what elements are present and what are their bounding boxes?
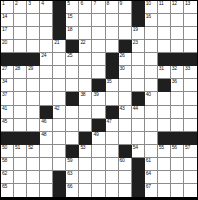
grid-cell-r12c12[interactable] [145, 145, 158, 158]
clue-number-31: 31 [159, 66, 164, 71]
clue-number-14: 14 [2, 14, 7, 19]
grid-cell-r14c6[interactable]: 63 [66, 171, 79, 184]
grid-cell-r4c12[interactable] [145, 40, 158, 53]
grid-cell-r7c5[interactable] [53, 79, 66, 92]
clue-number-46: 46 [41, 119, 46, 124]
grid-cell-r14c2[interactable] [14, 171, 27, 184]
clue-number-47: 47 [107, 119, 112, 124]
grid-cell-r2c13[interactable] [158, 14, 171, 27]
grid-cell-r6c3[interactable]: 29 [27, 66, 40, 79]
clue-number-8: 8 [107, 1, 109, 6]
grid-cell-r9c3[interactable] [27, 106, 40, 119]
grid-cell-r4c11[interactable]: 23 [132, 40, 145, 53]
black-cell-r11c3 [27, 132, 40, 145]
clue-number-44: 44 [133, 106, 138, 111]
grid-cell-r5c5[interactable] [53, 53, 66, 66]
clue-number-53: 53 [80, 145, 85, 150]
clue-number-43: 43 [120, 106, 125, 111]
grid-cell-r2c8[interactable] [92, 14, 105, 27]
black-cell-r1c11 [132, 1, 145, 14]
grid-cell-r3c13[interactable] [158, 27, 171, 40]
grid-cell-r9c11[interactable]: 44 [132, 106, 145, 119]
grid-cell-r7c2[interactable] [14, 79, 27, 92]
grid-cell-r2c7[interactable] [79, 14, 92, 27]
grid-cell-r15c14[interactable] [171, 184, 184, 197]
black-cell-r11c1 [1, 132, 14, 145]
grid-cell-r13c9[interactable] [106, 158, 119, 171]
clue-number-48: 48 [41, 132, 46, 137]
grid-cell-r10c9[interactable]: 47 [106, 119, 119, 132]
clue-number-1: 1 [2, 1, 4, 6]
black-cell-r8c6 [66, 92, 79, 105]
grid-cell-r13c1[interactable]: 58 [1, 158, 14, 171]
grid-cell-r10c1[interactable]: 45 [1, 119, 14, 132]
grid-cell-r12c15[interactable]: 57 [184, 145, 197, 158]
clue-number-22: 22 [80, 40, 85, 45]
grid-cell-r5c12[interactable] [145, 53, 158, 66]
clue-number-55: 55 [159, 145, 164, 150]
grid-cell-r12c13[interactable]: 55 [158, 145, 171, 158]
grid-cell-r14c15[interactable] [184, 171, 197, 184]
grid-cell-r14c8[interactable] [92, 171, 105, 184]
grid-cell-r2c10[interactable] [119, 14, 132, 27]
black-cell-r15c11 [132, 184, 145, 197]
grid-cell-r4c5[interactable]: 21 [53, 40, 66, 53]
clue-number-9: 9 [120, 1, 122, 6]
grid-cell-r13c2[interactable] [14, 158, 27, 171]
grid-cell-r1c14[interactable]: 12 [171, 1, 184, 14]
grid-cell-r13c8[interactable] [92, 158, 105, 171]
clue-number-30: 30 [120, 66, 125, 71]
black-cell-r2c5 [53, 14, 66, 27]
grid-cell-r2c15[interactable] [184, 14, 197, 27]
clue-number-27: 27 [2, 66, 7, 71]
grid-cell-r13c14[interactable] [171, 158, 184, 171]
clue-number-51: 51 [15, 145, 20, 150]
grid-cell-r11c6[interactable] [66, 132, 79, 145]
black-cell-r1c5 [53, 1, 66, 14]
grid-cell-r5c8[interactable] [92, 53, 105, 66]
grid-cell-r9c14[interactable] [171, 106, 184, 119]
grid-cell-r9c13[interactable] [158, 106, 171, 119]
grid-cell-r12c11[interactable]: 54 [132, 145, 145, 158]
grid-cell-r15c6[interactable]: 66 [66, 184, 79, 197]
clue-number-16: 16 [146, 14, 151, 19]
grid-cell-r6c4[interactable] [40, 66, 53, 79]
grid-cell-r2c3[interactable] [27, 14, 40, 27]
grid-cell-r8c5[interactable] [53, 92, 66, 105]
grid-cell-r8c1[interactable]: 37 [1, 92, 14, 105]
grid-cell-r1c13[interactable]: 11 [158, 1, 171, 14]
grid-cell-r10c6[interactable] [66, 119, 79, 132]
grid-cell-r13c13[interactable] [158, 158, 171, 171]
grid-cell-r12c5[interactable] [53, 145, 66, 158]
grid-cell-r4c14[interactable] [171, 40, 184, 53]
grid-cell-r10c7[interactable] [79, 119, 92, 132]
grid-cell-r8c4[interactable] [40, 92, 53, 105]
grid-cell-r7c3[interactable] [27, 79, 40, 92]
grid-cell-r14c1[interactable]: 62 [1, 171, 14, 184]
clue-number-28: 28 [15, 66, 20, 71]
grid-cell-r2c2[interactable] [14, 14, 27, 27]
grid-cell-r6c7[interactable] [79, 66, 92, 79]
grid-cell-r3c8[interactable] [92, 27, 105, 40]
grid-cell-r2c12[interactable]: 16 [145, 14, 158, 27]
grid-cell-r6c8[interactable] [92, 66, 105, 79]
grid-cell-r12c7[interactable]: 53 [79, 145, 92, 158]
grid-cell-r2c4[interactable] [40, 14, 53, 27]
clue-number-42: 42 [54, 106, 59, 111]
clue-number-7: 7 [93, 1, 95, 6]
clue-number-49: 49 [93, 132, 98, 137]
grid-cell-r6c13[interactable]: 31 [158, 66, 171, 79]
grid-cell-r4c7[interactable]: 22 [79, 40, 92, 53]
black-cell-r11c13 [158, 132, 171, 145]
grid-cell-r13c15[interactable] [184, 158, 197, 171]
grid-cell-r3c3[interactable] [27, 27, 40, 40]
grid-cell-r12c9[interactable] [106, 145, 119, 158]
grid-cell-r7c11[interactable] [132, 79, 145, 92]
grid-cell-r9c10[interactable]: 43 [119, 106, 132, 119]
clue-number-57: 57 [185, 145, 190, 150]
grid-cell-r6c11[interactable] [132, 66, 145, 79]
grid-cell-r10c3[interactable] [27, 119, 40, 132]
grid-cell-r10c5[interactable] [53, 119, 66, 132]
grid-cell-r15c13[interactable] [158, 184, 171, 197]
black-cell-r5c9 [106, 53, 119, 66]
grid-cell-r4c3[interactable] [27, 40, 40, 53]
clue-number-63: 63 [67, 171, 72, 176]
grid-cell-r11c4[interactable]: 48 [40, 132, 53, 145]
black-cell-r13c11 [132, 158, 145, 171]
clue-number-65: 65 [2, 184, 7, 189]
clue-number-6: 6 [80, 1, 82, 6]
clue-number-62: 62 [2, 171, 7, 176]
grid-cell-r6c2[interactable]: 28 [14, 66, 27, 79]
grid-cell-r3c14[interactable] [171, 27, 184, 40]
grid-cell-r12c4[interactable] [40, 145, 53, 158]
grid-cell-r8c3[interactable] [27, 92, 40, 105]
clue-number-24: 24 [41, 53, 46, 58]
grid-cell-r14c4[interactable] [40, 171, 53, 184]
grid-cell-r15c12[interactable]: 67 [145, 184, 158, 197]
grid-cell-r7c10[interactable] [119, 79, 132, 92]
grid-cell-r15c10[interactable] [119, 184, 132, 197]
clue-number-33: 33 [185, 66, 190, 71]
grid-cell-r9c1[interactable]: 41 [1, 106, 14, 119]
black-cell-r10c8 [92, 119, 105, 132]
grid-cell-r14c10[interactable] [119, 171, 132, 184]
grid-cell-r3c12[interactable] [145, 27, 158, 40]
grid-cell-r9c8[interactable] [92, 106, 105, 119]
clue-number-11: 11 [159, 1, 164, 6]
grid-cell-r13c6[interactable]: 59 [66, 158, 79, 171]
clue-number-13: 13 [185, 1, 190, 6]
crossword-grid: 1234567891011121314151617181920212223242… [0, 0, 198, 200]
black-cell-r12c10 [119, 145, 132, 158]
grid-cell-r1c15[interactable]: 13 [184, 1, 197, 14]
grid-cell-r15c1[interactable]: 65 [1, 184, 14, 197]
grid-cell-r15c7[interactable] [79, 184, 92, 197]
clue-number-39: 39 [93, 92, 98, 97]
clue-number-4: 4 [41, 1, 43, 6]
clue-number-40: 40 [146, 92, 151, 97]
black-cell-r11c2 [14, 132, 27, 145]
grid-cell-r15c8[interactable] [92, 184, 105, 197]
clue-number-12: 12 [172, 1, 177, 6]
grid-cell-r13c5[interactable] [53, 158, 66, 171]
grid-cell-r6c5[interactable] [53, 66, 66, 79]
grid-cell-r1c3[interactable]: 3 [27, 1, 40, 14]
clue-number-19: 19 [133, 27, 138, 32]
grid-cell-r3c2[interactable] [14, 27, 27, 40]
clue-number-67: 67 [146, 184, 151, 189]
clue-number-37: 37 [2, 92, 7, 97]
grid-cell-r4c13[interactable] [158, 40, 171, 53]
clue-number-3: 3 [28, 1, 30, 6]
grid-cell-r14c9[interactable] [106, 171, 119, 184]
clue-number-52: 52 [28, 145, 33, 150]
grid-cell-r1c7[interactable]: 6 [79, 1, 92, 14]
clue-number-2: 2 [15, 1, 17, 6]
grid-cell-r13c4[interactable] [40, 158, 53, 171]
grid-cell-r10c14[interactable] [171, 119, 184, 132]
clue-number-15: 15 [67, 14, 72, 19]
grid-cell-r8c8[interactable]: 39 [92, 92, 105, 105]
clue-number-36: 36 [172, 79, 177, 84]
grid-cell-r15c4[interactable] [40, 184, 53, 197]
grid-cell-r2c14[interactable] [171, 14, 184, 27]
clue-number-5: 5 [67, 1, 69, 6]
grid-cell-r5c7[interactable] [79, 53, 92, 66]
grid-cell-r10c2[interactable] [14, 119, 27, 132]
grid-cell-r12c1[interactable]: 50 [1, 145, 14, 158]
grid-cell-r3c15[interactable] [184, 27, 197, 40]
clue-number-10: 10 [146, 1, 151, 6]
grid-cell-r5c6[interactable]: 25 [66, 53, 79, 66]
grid-cell-r8c2[interactable] [14, 92, 27, 105]
black-cell-r11c15 [184, 132, 197, 145]
clue-number-54: 54 [133, 145, 138, 150]
clue-number-29: 29 [28, 66, 33, 71]
clue-number-60: 60 [120, 158, 125, 163]
grid-cell-r9c12[interactable] [145, 106, 158, 119]
grid-cell-r3c4[interactable] [40, 27, 53, 40]
grid-cell-r1c4[interactable]: 4 [40, 1, 53, 14]
grid-cell-r6c12[interactable] [145, 66, 158, 79]
clue-number-50: 50 [2, 145, 7, 150]
clue-number-45: 45 [2, 119, 7, 124]
clue-number-38: 38 [80, 92, 85, 97]
black-cell-r11c14 [171, 132, 184, 145]
grid-cell-r12c2[interactable]: 51 [14, 145, 27, 158]
grid-cell-r5c11[interactable] [132, 53, 145, 66]
grid-cell-r4c1[interactable]: 20 [1, 40, 14, 53]
grid-cell-r1c8[interactable]: 7 [92, 1, 105, 14]
grid-cell-r1c10[interactable]: 9 [119, 1, 132, 14]
grid-cell-r13c3[interactable] [27, 158, 40, 171]
black-cell-r15c5 [53, 184, 66, 197]
grid-cell-r8c13[interactable] [158, 92, 171, 105]
grid-cell-r8c14[interactable] [171, 92, 184, 105]
grid-cell-r8c15[interactable] [184, 92, 197, 105]
grid-cell-r12c3[interactable]: 52 [27, 145, 40, 158]
grid-cell-r12c14[interactable]: 56 [171, 145, 184, 158]
clue-number-35: 35 [107, 79, 112, 84]
clue-number-23: 23 [133, 40, 138, 45]
grid-cell-r14c13[interactable] [158, 171, 171, 184]
grid-cell-r5c4[interactable]: 24 [40, 53, 53, 66]
grid-cell-r8c9[interactable] [106, 92, 119, 105]
grid-cell-r10c13[interactable] [158, 119, 171, 132]
clue-number-61: 61 [146, 158, 151, 163]
grid-cell-r12c8[interactable] [92, 145, 105, 158]
black-cell-r14c11 [132, 171, 145, 184]
grid-cell-r15c3[interactable] [27, 184, 40, 197]
grid-cell-r15c2[interactable] [14, 184, 27, 197]
clue-number-32: 32 [172, 66, 177, 71]
grid-cell-r11c10[interactable] [119, 132, 132, 145]
black-cell-r9c9 [106, 106, 119, 119]
grid-cell-r3c10[interactable] [119, 27, 132, 40]
grid-cell-r13c12[interactable]: 61 [145, 158, 158, 171]
clue-number-18: 18 [67, 27, 72, 32]
grid-cell-r10c11[interactable] [132, 119, 145, 132]
grid-cell-r9c2[interactable] [14, 106, 27, 119]
clue-number-41: 41 [2, 106, 7, 111]
grid-cell-r6c15[interactable]: 33 [184, 66, 197, 79]
grid-cell-r1c9[interactable]: 8 [106, 1, 119, 14]
grid-cell-r11c9[interactable] [106, 132, 119, 145]
clue-number-21: 21 [54, 40, 59, 45]
grid-cell-r8c12[interactable]: 40 [145, 92, 158, 105]
clue-number-58: 58 [2, 158, 7, 163]
grid-cell-r13c10[interactable]: 60 [119, 158, 132, 171]
black-cell-r12c6 [66, 145, 79, 158]
grid-cell-r10c12[interactable] [145, 119, 158, 132]
grid-cell-r14c7[interactable] [79, 171, 92, 184]
grid-cell-r7c15[interactable] [184, 79, 197, 92]
clue-number-64: 64 [146, 171, 151, 176]
grid-cell-r7c6[interactable] [66, 79, 79, 92]
grid-cell-r10c10[interactable] [119, 119, 132, 132]
grid-cell-r15c9[interactable] [106, 184, 119, 197]
grid-cell-r9c6[interactable] [66, 106, 79, 119]
clue-number-66: 66 [67, 184, 72, 189]
black-cell-r9c4 [40, 106, 53, 119]
grid-cell-r1c2[interactable]: 2 [14, 1, 27, 14]
clue-number-25: 25 [67, 53, 72, 58]
grid-cell-r10c4[interactable]: 46 [40, 119, 53, 132]
black-cell-r11c7 [79, 132, 92, 145]
grid-cell-r9c5[interactable]: 42 [53, 106, 66, 119]
grid-cell-r11c5[interactable] [53, 132, 66, 145]
grid-cell-r7c4[interactable] [40, 79, 53, 92]
grid-cell-r7c14[interactable]: 36 [171, 79, 184, 92]
black-cell-r7c13 [158, 79, 171, 92]
grid-cell-r6c6[interactable] [66, 66, 79, 79]
grid-cell-r2c9[interactable] [106, 14, 119, 27]
grid-cell-r9c7[interactable] [79, 106, 92, 119]
grid-cell-r6c10[interactable]: 30 [119, 66, 132, 79]
clue-number-34: 34 [2, 79, 7, 84]
grid-cell-r11c12[interactable] [145, 132, 158, 145]
clue-number-56: 56 [172, 145, 177, 150]
grid-cell-r14c14[interactable] [171, 171, 184, 184]
grid-cell-r7c9[interactable]: 35 [106, 79, 119, 92]
clue-number-59: 59 [67, 158, 72, 163]
black-cell-r14c5 [53, 171, 66, 184]
grid-cell-r11c11[interactable] [132, 132, 145, 145]
grid-cell-r13c7[interactable] [79, 158, 92, 171]
grid-cell-r4c9[interactable] [106, 40, 119, 53]
grid-cell-r11c8[interactable]: 49 [92, 132, 105, 145]
grid-cell-r10c15[interactable] [184, 119, 197, 132]
black-cell-r8c11 [132, 92, 145, 105]
grid-cell-r8c7[interactable]: 38 [79, 92, 92, 105]
clue-number-26: 26 [120, 53, 125, 58]
grid-cell-r3c9[interactable] [106, 27, 119, 40]
clue-number-20: 20 [2, 40, 7, 45]
grid-cell-r4c8[interactable] [92, 40, 105, 53]
grid-cell-r15c15[interactable] [184, 184, 197, 197]
grid-cell-r14c3[interactable] [27, 171, 40, 184]
grid-cell-r3c6[interactable]: 18 [66, 27, 79, 40]
grid-cell-r8c10[interactable] [119, 92, 132, 105]
grid-cell-r9c15[interactable] [184, 106, 197, 119]
grid-cell-r4c2[interactable] [14, 40, 27, 53]
clue-number-17: 17 [2, 27, 7, 32]
grid-cell-r4c15[interactable] [184, 40, 197, 53]
grid-cell-r14c12[interactable]: 64 [145, 171, 158, 184]
